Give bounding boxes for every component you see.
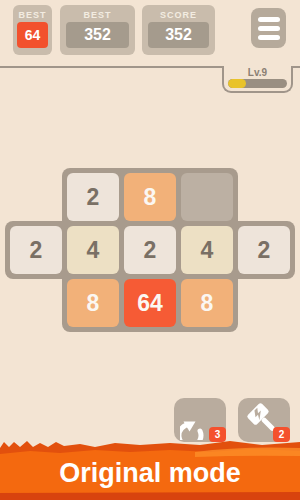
level-progress-fill (228, 79, 246, 88)
board-cell-r1-c0-tile-2: 2 (10, 226, 62, 274)
level-label: Lv.9 (224, 67, 291, 78)
mode-title: Original mode (0, 458, 300, 489)
hammer-button[interactable]: 2 (238, 398, 290, 442)
board-cell-r2-c1-tile-8: 8 (67, 279, 119, 327)
board-cell-r2-c2-tile-64: 64 (124, 279, 176, 327)
score-label: SCORE (160, 9, 197, 22)
level-tab: Lv.9 (222, 66, 293, 93)
best-tile-box: BEST 64 (13, 5, 52, 55)
undo-button[interactable]: 3 (174, 398, 226, 442)
game-board[interactable]: 28242428648 (5, 168, 295, 332)
score-value: 352 (148, 22, 209, 48)
lava-banner: Original mode (0, 438, 300, 500)
board-cell-r0-c1-tile-2: 2 (67, 173, 119, 221)
score-box: SCORE 352 (142, 5, 215, 55)
board-cell-r0-c3-empty (181, 173, 233, 221)
board-cell-r0-c2-tile-8: 8 (124, 173, 176, 221)
hamburger-icon (258, 17, 280, 22)
board-cell-r1-c1-tile-4: 4 (67, 226, 119, 274)
best-tile-value: 64 (17, 22, 48, 48)
board-cell-r2-c3-tile-8: 8 (181, 279, 233, 327)
board-cell-r1-c2-tile-2: 2 (124, 226, 176, 274)
game-screen: BEST 64 BEST 352 SCORE 352 Lv.9 28242428… (0, 0, 300, 500)
board-cell-r1-c3-tile-4: 4 (181, 226, 233, 274)
board-cell-r1-c4-tile-2: 2 (238, 226, 290, 274)
menu-button[interactable] (251, 8, 286, 48)
best-score-label: BEST (83, 9, 111, 22)
best-tile-label: BEST (18, 9, 46, 22)
best-score-box: BEST 352 (60, 5, 135, 55)
level-progress-bar (228, 79, 287, 88)
best-score-value: 352 (66, 22, 129, 48)
